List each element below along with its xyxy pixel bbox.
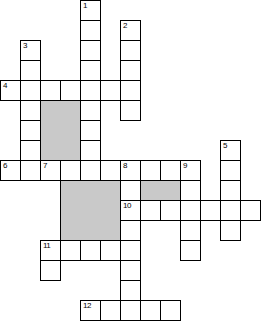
cell-r8-c5[interactable] <box>100 160 121 181</box>
clue-number-3: 3 <box>23 41 27 50</box>
cell-r8-c1[interactable] <box>20 160 41 181</box>
cell-r8-c2[interactable]: 7 <box>40 160 61 181</box>
cell-r5-c4[interactable] <box>80 100 101 121</box>
blocked-region <box>60 180 121 241</box>
cell-r4-c2[interactable] <box>40 80 61 101</box>
cell-r9-c6[interactable] <box>120 180 141 201</box>
cell-r8-c0[interactable]: 6 <box>0 160 21 181</box>
clue-number-5: 5 <box>223 141 227 150</box>
clue-number-9: 9 <box>183 161 187 170</box>
cell-r8-c9[interactable]: 9 <box>180 160 201 181</box>
clue-number-12: 12 <box>83 301 91 310</box>
cell-r3-c1[interactable] <box>20 60 41 81</box>
cell-r11-c11[interactable] <box>220 220 241 241</box>
cell-r7-c1[interactable] <box>20 140 41 161</box>
cell-r8-c7[interactable] <box>140 160 161 181</box>
cell-r9-c9[interactable] <box>180 180 201 201</box>
clue-number-6: 6 <box>3 161 7 170</box>
cell-r7-c4[interactable] <box>80 140 101 161</box>
cell-r10-c9[interactable] <box>180 200 201 221</box>
cell-r12-c6[interactable] <box>120 240 141 261</box>
cell-r12-c5[interactable] <box>100 240 121 261</box>
cell-r4-c0[interactable]: 4 <box>0 80 21 101</box>
cell-r6-c1[interactable] <box>20 120 41 141</box>
cell-r7-c11[interactable]: 5 <box>220 140 241 161</box>
blocked-region <box>140 180 181 201</box>
cell-r9-c11[interactable] <box>220 180 241 201</box>
cell-r14-c6[interactable] <box>120 280 141 301</box>
cell-r11-c6[interactable] <box>120 220 141 241</box>
cell-r10-c6[interactable]: 10 <box>120 200 141 221</box>
cell-r5-c6[interactable] <box>120 100 141 121</box>
cell-r10-c12[interactable] <box>240 200 261 221</box>
cell-r12-c9[interactable] <box>180 240 201 261</box>
cell-r10-c10[interactable] <box>200 200 221 221</box>
cell-r4-c1[interactable] <box>20 80 41 101</box>
cell-r4-c6[interactable] <box>120 80 141 101</box>
cell-r5-c1[interactable] <box>20 100 41 121</box>
cell-r2-c4[interactable] <box>80 40 101 61</box>
cell-r10-c8[interactable] <box>160 200 181 221</box>
crossword-board: 123456789101112 <box>0 0 261 321</box>
clue-number-10: 10 <box>123 201 131 210</box>
cell-r6-c4[interactable] <box>80 120 101 141</box>
cell-r12-c3[interactable] <box>60 240 81 261</box>
cell-r1-c6[interactable]: 2 <box>120 20 141 41</box>
cell-r12-c4[interactable] <box>80 240 101 261</box>
cell-r2-c1[interactable]: 3 <box>20 40 41 61</box>
clue-number-7: 7 <box>43 161 47 170</box>
cell-r10-c11[interactable] <box>220 200 241 221</box>
cell-r1-c4[interactable] <box>80 20 101 41</box>
blocked-region <box>40 100 81 161</box>
cell-r3-c4[interactable] <box>80 60 101 81</box>
cell-r15-c7[interactable] <box>140 300 161 321</box>
cell-r8-c3[interactable] <box>60 160 81 181</box>
cell-r2-c6[interactable] <box>120 40 141 61</box>
cell-r11-c9[interactable] <box>180 220 201 241</box>
cell-r8-c6[interactable]: 8 <box>120 160 141 181</box>
cell-r15-c5[interactable] <box>100 300 121 321</box>
clue-number-11: 11 <box>43 241 50 250</box>
cell-r13-c6[interactable] <box>120 260 141 281</box>
cell-r13-c2[interactable] <box>40 260 61 281</box>
cell-r8-c11[interactable] <box>220 160 241 181</box>
cell-r15-c8[interactable] <box>160 300 181 321</box>
cell-r4-c5[interactable] <box>100 80 121 101</box>
clue-number-4: 4 <box>3 81 7 90</box>
clue-number-1: 1 <box>83 1 87 10</box>
cell-r15-c6[interactable] <box>120 300 141 321</box>
cell-r8-c4[interactable] <box>80 160 101 181</box>
cell-r4-c4[interactable] <box>80 80 101 101</box>
cell-r12-c2[interactable]: 11 <box>40 240 61 261</box>
cell-r3-c6[interactable] <box>120 60 141 81</box>
clue-number-2: 2 <box>123 21 127 30</box>
clue-number-8: 8 <box>123 161 127 170</box>
cell-r4-c3[interactable] <box>60 80 81 101</box>
cell-r8-c8[interactable] <box>160 160 181 181</box>
cell-r0-c4[interactable]: 1 <box>80 0 101 21</box>
cell-r10-c7[interactable] <box>140 200 161 221</box>
cell-r15-c4[interactable]: 12 <box>80 300 101 321</box>
